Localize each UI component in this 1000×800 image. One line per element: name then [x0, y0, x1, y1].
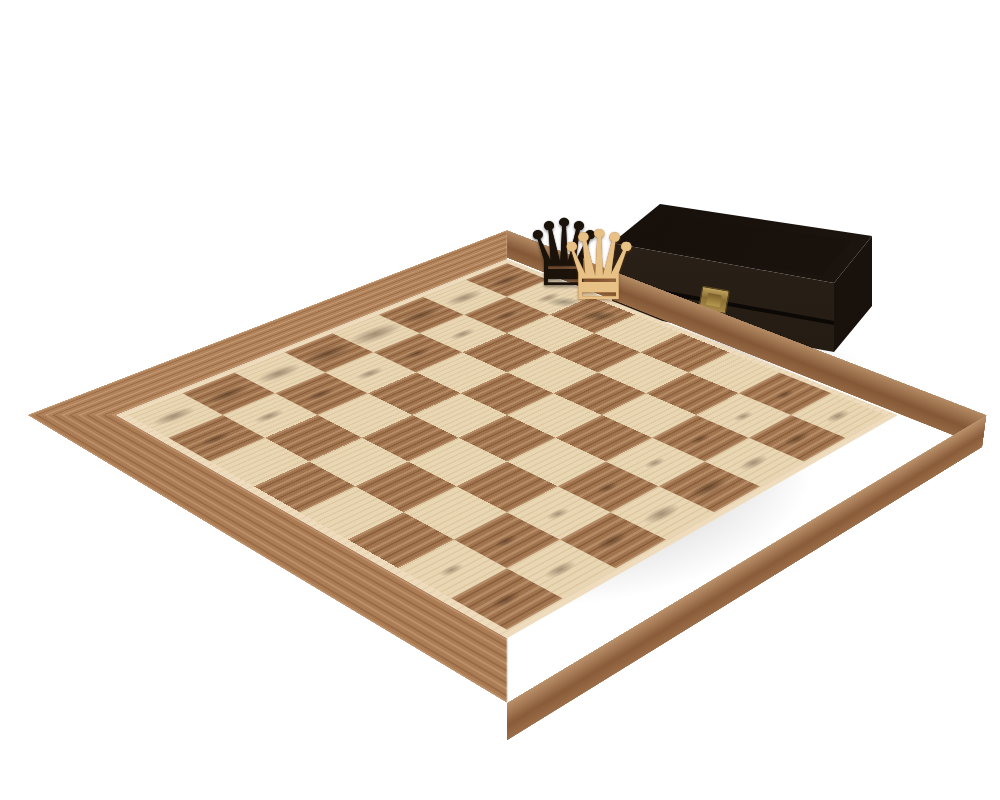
chess-board: ♜♞♝♛♚♝♞♜♟♟♟♟♟♟♟♟♟♟♟♟♟♟♟♟♜♞♝♛♚♝♞♜ [27, 230, 986, 703]
board-scene: ♜♞♝♛♚♝♞♜♟♟♟♟♟♟♟♟♟♟♟♟♟♟♟♟♜♞♝♛♚♝♞♜ [0, 0, 1000, 800]
piece-glyph: ♟ [173, 343, 261, 441]
square-d6 [368, 372, 461, 415]
product-photo-stage: ♜♞♝♛♚♝♞♜♟♟♟♟♟♟♟♟♟♟♟♟♟♟♟♟♜♞♝♛♚♝♞♜ ♛ ♛ [0, 0, 1000, 800]
spare-white-queen-glyph: ♛ [556, 218, 642, 314]
piece-glyph: ♜ [459, 494, 556, 602]
